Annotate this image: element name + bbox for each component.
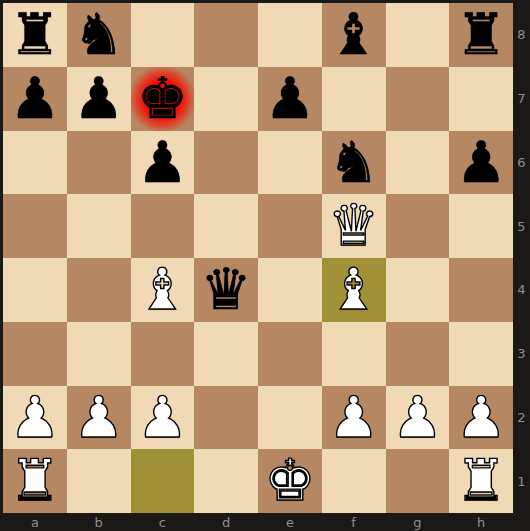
square-f2[interactable]: ♟ <box>322 386 386 450</box>
chess-board: ♜♞♝♜♟♟♚♟♟♞♟♛♝♛♝♟♟♟♟♟♟♜♚♜ <box>3 3 513 513</box>
piece-black-pawn[interactable]: ♟ <box>3 67 67 131</box>
square-g7[interactable] <box>386 67 450 131</box>
square-c8[interactable] <box>131 3 195 67</box>
square-b7[interactable]: ♟ <box>67 67 131 131</box>
square-h1[interactable]: ♜ <box>449 449 513 513</box>
piece-white-rook[interactable]: ♜ <box>449 449 513 513</box>
square-b6[interactable] <box>67 131 131 195</box>
square-e5[interactable] <box>258 194 322 258</box>
square-d1[interactable] <box>194 449 258 513</box>
piece-white-bishop[interactable]: ♝ <box>131 258 195 322</box>
rank-label-4: 4 <box>513 258 530 322</box>
file-label-d: d <box>194 513 258 531</box>
square-f3[interactable] <box>322 322 386 386</box>
square-b5[interactable] <box>67 194 131 258</box>
square-e3[interactable] <box>258 322 322 386</box>
square-a6[interactable] <box>3 131 67 195</box>
rank-label-5: 5 <box>513 194 530 258</box>
square-h3[interactable] <box>449 322 513 386</box>
square-b4[interactable] <box>67 258 131 322</box>
piece-black-queen[interactable]: ♛ <box>194 258 258 322</box>
square-d5[interactable] <box>194 194 258 258</box>
square-g4[interactable] <box>386 258 450 322</box>
square-d8[interactable] <box>194 3 258 67</box>
square-h2[interactable]: ♟ <box>449 386 513 450</box>
square-d4[interactable]: ♛ <box>194 258 258 322</box>
square-c6[interactable]: ♟ <box>131 131 195 195</box>
rank-label-1: 1 <box>513 449 530 513</box>
piece-white-queen[interactable]: ♛ <box>322 194 386 258</box>
square-g3[interactable] <box>386 322 450 386</box>
piece-black-bishop[interactable]: ♝ <box>322 3 386 67</box>
file-label-h: h <box>449 513 513 531</box>
file-label-g: g <box>386 513 450 531</box>
rank-label-7: 7 <box>513 67 530 131</box>
square-c1[interactable] <box>131 449 195 513</box>
piece-black-knight[interactable]: ♞ <box>322 131 386 195</box>
square-f6[interactable]: ♞ <box>322 131 386 195</box>
rank-label-2: 2 <box>513 386 530 450</box>
piece-white-king[interactable]: ♚ <box>258 449 322 513</box>
square-g1[interactable] <box>386 449 450 513</box>
file-label-a: a <box>3 513 67 531</box>
square-g5[interactable] <box>386 194 450 258</box>
square-d6[interactable] <box>194 131 258 195</box>
square-a7[interactable]: ♟ <box>3 67 67 131</box>
piece-white-bishop[interactable]: ♝ <box>322 258 386 322</box>
square-b1[interactable] <box>67 449 131 513</box>
piece-white-pawn[interactable]: ♟ <box>67 386 131 450</box>
square-e7[interactable]: ♟ <box>258 67 322 131</box>
square-f1[interactable] <box>322 449 386 513</box>
square-e1[interactable]: ♚ <box>258 449 322 513</box>
square-c7[interactable]: ♚ <box>131 67 195 131</box>
square-c5[interactable] <box>131 194 195 258</box>
square-e4[interactable] <box>258 258 322 322</box>
square-f4[interactable]: ♝ <box>322 258 386 322</box>
rank-label-8: 8 <box>513 3 530 67</box>
piece-white-pawn[interactable]: ♟ <box>131 386 195 450</box>
piece-white-pawn[interactable]: ♟ <box>449 386 513 450</box>
square-a5[interactable] <box>3 194 67 258</box>
piece-black-knight[interactable]: ♞ <box>67 3 131 67</box>
file-label-c: c <box>131 513 195 531</box>
file-coordinates: abcdefgh <box>3 513 513 531</box>
file-label-f: f <box>322 513 386 531</box>
square-b8[interactable]: ♞ <box>67 3 131 67</box>
square-h5[interactable] <box>449 194 513 258</box>
piece-black-pawn[interactable]: ♟ <box>67 67 131 131</box>
piece-black-rook[interactable]: ♜ <box>3 3 67 67</box>
chess-app: ♜♞♝♜♟♟♚♟♟♞♟♛♝♛♝♟♟♟♟♟♟♜♚♜ 87654321 abcdef… <box>0 0 530 531</box>
piece-black-pawn[interactable]: ♟ <box>131 131 195 195</box>
square-a2[interactable]: ♟ <box>3 386 67 450</box>
square-a4[interactable] <box>3 258 67 322</box>
square-c4[interactable]: ♝ <box>131 258 195 322</box>
piece-white-pawn[interactable]: ♟ <box>322 386 386 450</box>
rank-label-6: 6 <box>513 131 530 195</box>
square-h6[interactable]: ♟ <box>449 131 513 195</box>
square-e8[interactable] <box>258 3 322 67</box>
square-a3[interactable] <box>3 322 67 386</box>
square-h8[interactable]: ♜ <box>449 3 513 67</box>
square-f5[interactable]: ♛ <box>322 194 386 258</box>
file-label-e: e <box>258 513 322 531</box>
piece-black-pawn[interactable]: ♟ <box>449 131 513 195</box>
square-a1[interactable]: ♜ <box>3 449 67 513</box>
square-f7[interactable] <box>322 67 386 131</box>
rank-coordinates: 87654321 <box>513 3 530 513</box>
square-d2[interactable] <box>194 386 258 450</box>
piece-white-pawn[interactable]: ♟ <box>386 386 450 450</box>
square-g2[interactable]: ♟ <box>386 386 450 450</box>
square-g6[interactable] <box>386 131 450 195</box>
square-c3[interactable] <box>131 322 195 386</box>
rank-label-3: 3 <box>513 322 530 386</box>
piece-black-pawn[interactable]: ♟ <box>258 67 322 131</box>
piece-white-rook[interactable]: ♜ <box>3 449 67 513</box>
piece-white-pawn[interactable]: ♟ <box>3 386 67 450</box>
square-e6[interactable] <box>258 131 322 195</box>
square-b2[interactable]: ♟ <box>67 386 131 450</box>
square-g8[interactable] <box>386 3 450 67</box>
square-h7[interactable] <box>449 67 513 131</box>
square-b3[interactable] <box>67 322 131 386</box>
piece-black-rook[interactable]: ♜ <box>449 3 513 67</box>
square-c2[interactable]: ♟ <box>131 386 195 450</box>
square-d3[interactable] <box>194 322 258 386</box>
square-f8[interactable]: ♝ <box>322 3 386 67</box>
piece-black-king[interactable]: ♚ <box>131 67 195 131</box>
square-d7[interactable] <box>194 67 258 131</box>
file-label-b: b <box>67 513 131 531</box>
square-a8[interactable]: ♜ <box>3 3 67 67</box>
square-h4[interactable] <box>449 258 513 322</box>
square-e2[interactable] <box>258 386 322 450</box>
